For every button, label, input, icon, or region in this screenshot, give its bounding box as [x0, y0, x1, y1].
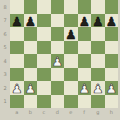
file-label-h: h	[105, 108, 119, 120]
rank-label-3: 3	[0, 68, 10, 82]
square-d6[interactable]	[51, 27, 65, 41]
square-f7[interactable]: ♟	[78, 14, 92, 28]
square-c3[interactable]	[37, 68, 51, 82]
file-label-f: f	[78, 108, 92, 120]
white-pawn[interactable]: ♟	[106, 82, 117, 96]
square-e1[interactable]	[64, 95, 78, 109]
square-c6[interactable]	[37, 27, 51, 41]
file-labels: abcdefgh	[10, 108, 118, 120]
square-f8[interactable]	[78, 0, 92, 14]
file-label-c: c	[37, 108, 51, 120]
rank-label-8: 8	[0, 0, 10, 14]
square-c1[interactable]	[37, 95, 51, 109]
square-a8[interactable]	[10, 0, 24, 14]
square-g2[interactable]: ♟	[91, 81, 105, 95]
square-h5[interactable]	[105, 41, 119, 55]
square-g4[interactable]	[91, 54, 105, 68]
square-d8[interactable]	[51, 0, 65, 14]
square-g8[interactable]	[91, 0, 105, 14]
rank-label-6: 6	[0, 27, 10, 41]
black-pawn[interactable]: ♟	[11, 15, 22, 29]
square-h4[interactable]	[105, 54, 119, 68]
square-g3[interactable]	[91, 68, 105, 82]
rank-label-1: 1	[0, 95, 10, 109]
file-label-a: a	[10, 108, 24, 120]
chess-board[interactable]: ♟♟♟♟♟♟♟♟♟♟♟♟	[10, 0, 118, 108]
square-f3[interactable]	[78, 68, 92, 82]
square-h3[interactable]	[105, 68, 119, 82]
white-pawn[interactable]: ♟	[92, 82, 103, 96]
file-label-e: e	[64, 108, 78, 120]
square-c2[interactable]	[37, 81, 51, 95]
black-pawn[interactable]: ♟	[92, 15, 103, 29]
square-c8[interactable]	[37, 0, 51, 14]
rank-label-2: 2	[0, 81, 10, 95]
square-d4[interactable]: ♟	[51, 54, 65, 68]
square-b2[interactable]: ♟	[24, 81, 38, 95]
white-pawn[interactable]: ♟	[52, 55, 63, 69]
square-c7[interactable]	[37, 14, 51, 28]
white-pawn[interactable]: ♟	[11, 82, 22, 96]
square-f2[interactable]: ♟	[78, 81, 92, 95]
black-pawn[interactable]: ♟	[65, 28, 76, 42]
square-b7[interactable]: ♟	[24, 14, 38, 28]
square-d3[interactable]	[51, 68, 65, 82]
white-pawn[interactable]: ♟	[79, 82, 90, 96]
square-d2[interactable]	[51, 81, 65, 95]
square-e5[interactable]	[64, 41, 78, 55]
file-label-d: d	[51, 108, 65, 120]
square-f6[interactable]	[78, 27, 92, 41]
square-a6[interactable]	[10, 27, 24, 41]
rank-label-5: 5	[0, 41, 10, 55]
black-pawn[interactable]: ♟	[106, 15, 117, 29]
square-e6[interactable]: ♟	[64, 27, 78, 41]
square-h8[interactable]	[105, 0, 119, 14]
square-d5[interactable]	[51, 41, 65, 55]
square-e4[interactable]	[64, 54, 78, 68]
square-h7[interactable]: ♟	[105, 14, 119, 28]
square-g7[interactable]: ♟	[91, 14, 105, 28]
square-f5[interactable]	[78, 41, 92, 55]
square-b8[interactable]	[24, 0, 38, 14]
square-f4[interactable]	[78, 54, 92, 68]
chess-board-widget: 87654321 ♟♟♟♟♟♟♟♟♟♟♟♟ abcdefgh	[0, 0, 120, 120]
square-a7[interactable]: ♟	[10, 14, 24, 28]
square-b1[interactable]	[24, 95, 38, 109]
white-pawn[interactable]: ♟	[25, 82, 36, 96]
rank-label-7: 7	[0, 14, 10, 28]
square-a2[interactable]: ♟	[10, 81, 24, 95]
rank-labels: 87654321	[0, 0, 10, 108]
square-d1[interactable]	[51, 95, 65, 109]
square-g1[interactable]	[91, 95, 105, 109]
black-pawn[interactable]: ♟	[25, 15, 36, 29]
square-a4[interactable]	[10, 54, 24, 68]
square-a5[interactable]	[10, 41, 24, 55]
file-label-g: g	[91, 108, 105, 120]
square-h6[interactable]	[105, 27, 119, 41]
square-a3[interactable]	[10, 68, 24, 82]
rank-label-4: 4	[0, 54, 10, 68]
square-f1[interactable]	[78, 95, 92, 109]
square-e2[interactable]	[64, 81, 78, 95]
square-h1[interactable]	[105, 95, 119, 109]
square-g5[interactable]	[91, 41, 105, 55]
square-b5[interactable]	[24, 41, 38, 55]
square-b4[interactable]	[24, 54, 38, 68]
square-g6[interactable]	[91, 27, 105, 41]
square-c4[interactable]	[37, 54, 51, 68]
black-pawn[interactable]: ♟	[79, 15, 90, 29]
square-c5[interactable]	[37, 41, 51, 55]
square-e3[interactable]	[64, 68, 78, 82]
square-b6[interactable]	[24, 27, 38, 41]
square-d7[interactable]	[51, 14, 65, 28]
square-e8[interactable]	[64, 0, 78, 14]
square-b3[interactable]	[24, 68, 38, 82]
file-label-b: b	[24, 108, 38, 120]
square-h2[interactable]: ♟	[105, 81, 119, 95]
square-e7[interactable]	[64, 14, 78, 28]
square-a1[interactable]	[10, 95, 24, 109]
